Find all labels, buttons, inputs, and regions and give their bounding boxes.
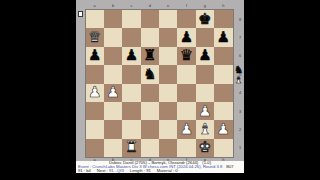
square-h3[interactable]	[214, 102, 232, 120]
file-label-c: c	[122, 3, 140, 8]
square-h4[interactable]	[214, 84, 232, 102]
white-pawn: ♟	[106, 85, 119, 100]
square-g1[interactable]: ♚	[196, 139, 214, 157]
square-e5[interactable]	[159, 65, 177, 83]
square-a4[interactable]: ♟	[86, 84, 104, 102]
file-label-e: e	[159, 3, 177, 8]
white-pawn: ♟	[180, 122, 193, 137]
square-a7[interactable]: ♛	[86, 28, 104, 46]
square-c6[interactable]: ♟	[122, 47, 140, 65]
white-king: ♚	[198, 140, 211, 155]
rank-label-6: 6	[237, 47, 244, 65]
square-g8[interactable]: ♚	[196, 10, 214, 28]
white-queen: ♛	[88, 30, 101, 45]
black-pawn: ♟	[180, 30, 193, 45]
square-e6[interactable]	[159, 47, 177, 65]
letterboxed-frame: abcdefgh ♚♛♟♟♟♟♜♛♟♞♟♟♟♟♝♟♜♚ 87654321 ♞ ♝…	[0, 0, 320, 180]
square-h6[interactable]	[214, 47, 232, 65]
square-c7[interactable]	[122, 28, 140, 46]
file-label-f: f	[177, 3, 195, 8]
square-g3[interactable]: ♟	[196, 102, 214, 120]
square-c5[interactable]	[122, 65, 140, 83]
black-pawn: ♟	[125, 48, 138, 63]
rank-label-1: 1	[237, 139, 244, 157]
square-a2[interactable]	[86, 120, 104, 138]
black-rook: ♜	[143, 48, 156, 63]
square-g4[interactable]	[196, 84, 214, 102]
black-pawn: ♟	[198, 48, 211, 63]
square-h5[interactable]	[214, 65, 232, 83]
material-indicator: Material : 0	[157, 169, 178, 173]
square-d6[interactable]: ♜	[141, 47, 159, 65]
square-a8[interactable]	[86, 10, 104, 28]
file-label-d: d	[141, 3, 159, 8]
square-b1[interactable]	[104, 139, 122, 157]
next-move: 91...Qf3	[109, 168, 124, 173]
material-white-bishop-icon: ♝	[234, 75, 243, 85]
square-b2[interactable]	[104, 120, 122, 138]
file-label-g: g	[196, 3, 214, 8]
square-a5[interactable]	[86, 65, 104, 83]
white-bishop: ♝	[198, 122, 211, 137]
white-pawn: ♟	[88, 85, 101, 100]
square-c8[interactable]	[122, 10, 140, 28]
side-to-move-indicator	[78, 11, 84, 17]
square-h7[interactable]: ♟	[214, 28, 232, 46]
black-king: ♚	[198, 12, 211, 27]
square-g7[interactable]	[196, 28, 214, 46]
square-f8[interactable]	[177, 10, 195, 28]
square-h8[interactable]	[214, 10, 232, 28]
rank-label-7: 7	[237, 28, 244, 46]
white-pawn: ♟	[217, 122, 230, 137]
square-f3[interactable]	[177, 102, 195, 120]
square-f5[interactable]	[177, 65, 195, 83]
square-f7[interactable]: ♟	[177, 28, 195, 46]
square-d4[interactable]	[141, 84, 159, 102]
square-d3[interactable]	[141, 102, 159, 120]
length-indicator: Length : 91	[130, 169, 151, 173]
square-f6[interactable]: ♛	[177, 47, 195, 65]
diagram-panel: abcdefgh ♚♛♟♟♟♟♜♛♟♞♟♟♟♟♝♟♜♚ 87654321 ♞ ♝…	[76, 0, 244, 173]
chess-board[interactable]: ♚♛♟♟♟♟♜♛♟♞♟♟♟♟♝♟♜♚	[86, 10, 233, 157]
rank-label-8: 8	[237, 10, 244, 28]
square-e7[interactable]	[159, 28, 177, 46]
square-a3[interactable]	[86, 102, 104, 120]
file-label-b: b	[104, 3, 122, 8]
move-played: 91 : b4	[78, 169, 91, 173]
square-d2[interactable]	[141, 120, 159, 138]
square-g6[interactable]: ♟	[196, 47, 214, 65]
square-c3[interactable]	[122, 102, 140, 120]
square-c4[interactable]	[122, 84, 140, 102]
square-a1[interactable]	[86, 139, 104, 157]
white-rook: ♜	[125, 140, 138, 155]
square-d8[interactable]	[141, 10, 159, 28]
square-b6[interactable]	[104, 47, 122, 65]
square-g2[interactable]: ♝	[196, 120, 214, 138]
rank-label-4: 4	[237, 84, 244, 102]
square-h2[interactable]: ♟	[214, 120, 232, 138]
square-d5[interactable]: ♞	[141, 65, 159, 83]
square-b8[interactable]	[104, 10, 122, 28]
square-b3[interactable]	[104, 102, 122, 120]
move-status-line: 91 : b4 Next : 91...Qf3 Length : 91 Mate…	[76, 169, 244, 173]
square-c1[interactable]: ♜	[122, 139, 140, 157]
black-knight: ♞	[143, 67, 156, 82]
square-f4[interactable]	[177, 84, 195, 102]
square-e4[interactable]	[159, 84, 177, 102]
square-b4[interactable]: ♟	[104, 84, 122, 102]
square-a6[interactable]: ♟	[86, 47, 104, 65]
square-f2[interactable]: ♟	[177, 120, 195, 138]
file-label-a: a	[86, 3, 104, 8]
file-label-h: h	[214, 3, 232, 8]
next-move-group: Next : 91...Qf3	[97, 169, 124, 173]
square-f1[interactable]	[177, 139, 195, 157]
square-e8[interactable]	[159, 10, 177, 28]
square-d1[interactable]	[141, 139, 159, 157]
square-d7[interactable]	[141, 28, 159, 46]
white-pawn: ♟	[198, 104, 211, 119]
black-queen: ♛	[180, 48, 193, 63]
game-caption: Dubov, Daniil (2705) – Bortnyk, Olexandr…	[76, 161, 244, 174]
square-b7[interactable]	[104, 28, 122, 46]
rank-label-3: 3	[237, 102, 244, 120]
square-h1[interactable]	[214, 139, 232, 157]
next-label: Next :	[97, 168, 108, 173]
black-pawn: ♟	[88, 48, 101, 63]
square-e3[interactable]	[159, 102, 177, 120]
square-e2[interactable]	[159, 120, 177, 138]
file-labels-top: abcdefgh	[86, 3, 233, 8]
square-b5[interactable]	[104, 65, 122, 83]
square-g5[interactable]	[196, 65, 214, 83]
eco-code: B07	[226, 165, 233, 169]
square-e1[interactable]	[159, 139, 177, 157]
square-c2[interactable]	[122, 120, 140, 138]
rank-label-2: 2	[237, 120, 244, 138]
material-difference-tray: ♞ ♝	[233, 65, 244, 85]
black-pawn: ♟	[217, 30, 230, 45]
